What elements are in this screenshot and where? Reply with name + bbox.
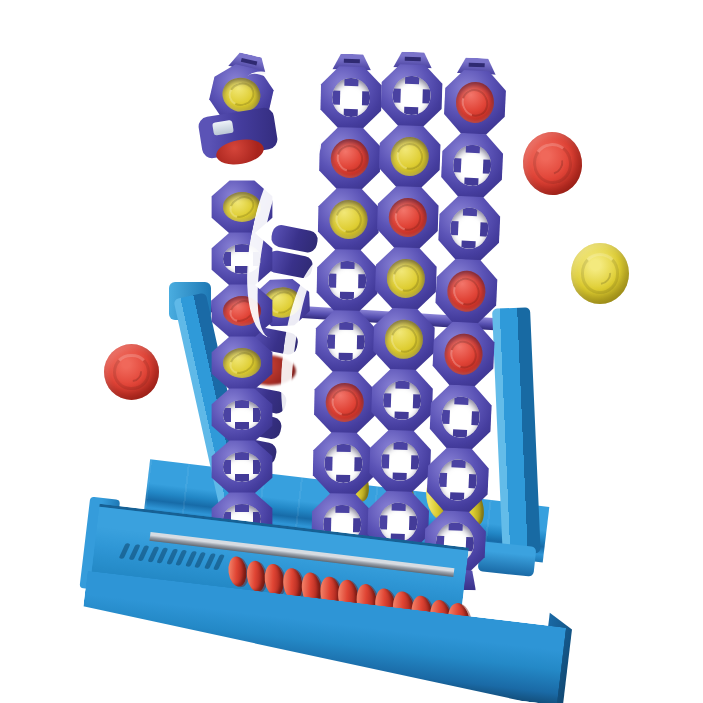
spinner1-edge-window [212, 120, 234, 136]
empty-slot [441, 396, 481, 439]
spinner-1-cell-5[interactable] [211, 388, 273, 442]
empty-slot [381, 441, 420, 481]
disc-red[interactable] [446, 270, 486, 313]
spinner-5-cell-2[interactable] [440, 132, 505, 200]
spinner-3-cell-1[interactable] [319, 65, 382, 129]
flying-disc-red-right[interactable] [519, 128, 586, 199]
disc-yellow[interactable] [223, 348, 261, 378]
flying-disc-yellow-right[interactable] [571, 243, 629, 304]
spinner-4-cell-1[interactable] [380, 63, 444, 128]
disc-red[interactable] [330, 139, 369, 179]
spinner-4-cell-2[interactable] [378, 124, 442, 189]
disc-red[interactable] [455, 81, 495, 124]
flying-disc-red-left[interactable] [104, 344, 159, 400]
empty-slot [223, 400, 261, 430]
disc-yellow[interactable] [384, 319, 423, 359]
spinner-4-cell-3[interactable] [376, 185, 440, 250]
product-scene [0, 0, 703, 703]
disc-red[interactable] [388, 197, 427, 237]
empty-slot [392, 75, 431, 115]
spinner-4-cell-5[interactable] [372, 307, 436, 372]
spinner-5-cell-5[interactable] [431, 320, 496, 388]
spinner-5-cell-3[interactable] [437, 194, 502, 262]
empty-slot [332, 78, 371, 118]
spinner-5-cell-1[interactable] [443, 69, 508, 137]
spinner-5-cell-4[interactable] [434, 257, 499, 325]
disc-yellow[interactable] [386, 258, 425, 298]
spinner-4-cell-6[interactable] [370, 368, 434, 433]
spinner-4-cell-4[interactable] [374, 246, 438, 311]
disc-yellow[interactable] [390, 136, 429, 176]
disc-red[interactable] [444, 333, 484, 376]
empty-slot [382, 380, 421, 420]
empty-slot [452, 144, 492, 187]
spinner-5-cell-6[interactable] [428, 383, 493, 451]
spinner-1-cell-4[interactable] [211, 336, 273, 390]
empty-slot [449, 207, 489, 250]
